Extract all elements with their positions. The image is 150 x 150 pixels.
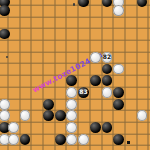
star-point-marker <box>73 3 76 6</box>
black-stone[interactable] <box>43 110 54 121</box>
white-stone[interactable] <box>0 110 10 121</box>
black-stone[interactable] <box>90 122 101 133</box>
black-stone[interactable] <box>102 75 113 86</box>
white-stone[interactable] <box>66 122 77 133</box>
black-stone[interactable] <box>90 75 101 86</box>
white-stone[interactable] <box>113 64 124 75</box>
black-stone[interactable] <box>0 29 10 40</box>
black-stone[interactable] <box>113 87 124 98</box>
white-stone[interactable]: 82 <box>102 52 113 63</box>
move-number-label: 82 <box>103 54 111 60</box>
white-stone[interactable] <box>137 110 148 121</box>
white-stone[interactable] <box>78 134 89 145</box>
black-stone[interactable] <box>66 75 77 86</box>
black-stone[interactable] <box>113 99 124 110</box>
black-stone[interactable] <box>55 110 66 121</box>
star-point-marker <box>127 141 130 144</box>
black-stone[interactable] <box>113 134 124 145</box>
white-stone[interactable] <box>20 110 31 121</box>
star-point-marker <box>6 56 9 59</box>
white-stone[interactable] <box>66 87 77 98</box>
white-stone[interactable] <box>113 5 124 16</box>
black-stone[interactable] <box>20 134 31 145</box>
move-number-label: 83 <box>79 89 87 95</box>
black-stone[interactable] <box>55 134 66 145</box>
go-board[interactable]: www.toze1024.cn 8283 <box>0 0 150 150</box>
black-stone[interactable] <box>102 0 113 7</box>
black-stone[interactable] <box>43 99 54 110</box>
white-stone[interactable] <box>0 99 10 110</box>
white-stone[interactable] <box>66 110 77 121</box>
black-stone[interactable] <box>78 0 89 7</box>
white-stone[interactable] <box>66 134 77 145</box>
black-stone[interactable] <box>137 0 148 7</box>
white-stone[interactable] <box>90 52 101 63</box>
white-stone[interactable] <box>66 99 77 110</box>
white-stone[interactable] <box>102 87 113 98</box>
black-stone[interactable]: 83 <box>78 87 89 98</box>
black-stone[interactable] <box>0 5 10 16</box>
white-stone[interactable] <box>8 134 19 145</box>
black-stone[interactable] <box>102 122 113 133</box>
white-stone[interactable] <box>8 122 19 133</box>
black-stone[interactable] <box>102 64 113 75</box>
